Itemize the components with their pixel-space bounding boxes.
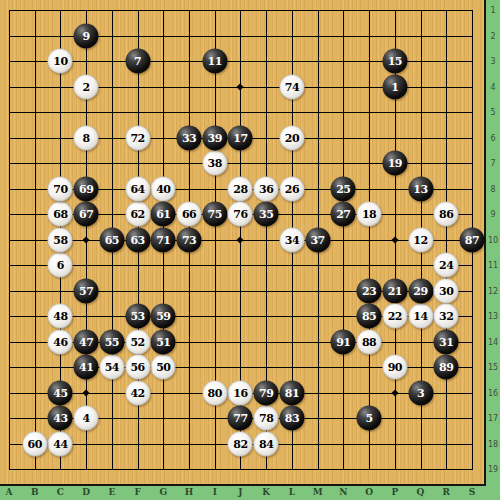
- go-stone-74[interactable]: 74: [279, 74, 304, 99]
- row-label: 1: [486, 6, 500, 15]
- board-cell: [292, 265, 318, 291]
- go-stone-87[interactable]: 87: [459, 227, 484, 252]
- column-label: C: [57, 487, 64, 497]
- board-cell: [395, 112, 421, 138]
- go-stone-30[interactable]: 30: [434, 278, 459, 303]
- column-label: O: [365, 487, 373, 497]
- go-stone-63[interactable]: 63: [125, 227, 150, 252]
- row-label: 5: [486, 108, 500, 117]
- board-cell: [292, 36, 318, 62]
- go-stone-71[interactable]: 71: [151, 227, 176, 252]
- column-label: A: [6, 487, 13, 497]
- board-cell: [343, 61, 369, 87]
- row-label: 4: [486, 82, 500, 91]
- go-stone-38[interactable]: 38: [202, 151, 227, 176]
- board-cell: [292, 316, 318, 342]
- row-label: 2: [486, 31, 500, 40]
- row-label: 11: [486, 261, 500, 270]
- board-cell: [9, 112, 35, 138]
- go-kifu-screenshot: 1234567891011121314151617181920212223242…: [0, 0, 500, 500]
- row-label: 7: [486, 159, 500, 168]
- column-label: Q: [417, 487, 425, 497]
- board-cell: [163, 393, 189, 419]
- board-cell: [112, 265, 138, 291]
- go-stone-78[interactable]: 78: [254, 406, 279, 431]
- board-cell: [9, 240, 35, 266]
- board-cell: [343, 240, 369, 266]
- board-cell: [35, 138, 61, 164]
- column-label: N: [339, 487, 347, 497]
- go-stone-62[interactable]: 62: [125, 202, 150, 227]
- board-cell: [421, 61, 447, 87]
- go-stone-59[interactable]: 59: [151, 304, 176, 329]
- board-cell: [318, 291, 344, 317]
- go-stone-56[interactable]: 56: [125, 355, 150, 380]
- go-stone-22[interactable]: 22: [382, 304, 407, 329]
- board-cell: [343, 138, 369, 164]
- go-stone-43[interactable]: 43: [48, 406, 73, 431]
- board-cell: [318, 112, 344, 138]
- board-cell: [318, 10, 344, 36]
- board-cell: [395, 444, 421, 470]
- board-cell: [240, 316, 266, 342]
- board-cell: [240, 240, 266, 266]
- row-label: 13: [486, 312, 500, 321]
- board-cell: [343, 444, 369, 470]
- goban[interactable]: 1234567891011121314151617181920212223242…: [0, 0, 486, 486]
- board-cell: [446, 87, 472, 113]
- go-stone-53[interactable]: 53: [125, 304, 150, 329]
- row-label: 9: [486, 210, 500, 219]
- board-cell: [292, 342, 318, 368]
- go-stone-3[interactable]: 3: [408, 380, 433, 405]
- board-cell: [318, 418, 344, 444]
- go-stone-17[interactable]: 17: [228, 125, 253, 150]
- board-cell: [369, 444, 395, 470]
- go-stone-84[interactable]: 84: [254, 431, 279, 456]
- go-stone-25[interactable]: 25: [331, 176, 356, 201]
- go-stone-46[interactable]: 46: [48, 329, 73, 354]
- board-cell: [215, 265, 241, 291]
- board-cell: [35, 87, 61, 113]
- column-label: J: [238, 487, 242, 497]
- board-cell: [446, 36, 472, 62]
- go-stone-18[interactable]: 18: [357, 202, 382, 227]
- board-cell: [446, 444, 472, 470]
- go-stone-58[interactable]: 58: [48, 227, 73, 252]
- board-cell: [163, 444, 189, 470]
- column-label: B: [31, 487, 39, 497]
- board-cell: [138, 87, 164, 113]
- go-stone-40[interactable]: 40: [151, 176, 176, 201]
- board-cell: [395, 10, 421, 36]
- board-cell: [189, 10, 215, 36]
- board-cell: [9, 214, 35, 240]
- go-stone-77[interactable]: 77: [228, 406, 253, 431]
- column-label: E: [108, 487, 115, 497]
- column-label-strip: [0, 486, 500, 500]
- board-cell: [9, 10, 35, 36]
- board-cell: [240, 87, 266, 113]
- go-stone-73[interactable]: 73: [177, 227, 202, 252]
- column-label: M: [313, 487, 323, 497]
- column-label: F: [134, 487, 140, 497]
- go-stone-12[interactable]: 12: [408, 227, 433, 252]
- board-cell: [163, 87, 189, 113]
- go-stone-8[interactable]: 8: [74, 125, 99, 150]
- board-cell: [343, 87, 369, 113]
- board-cell: [163, 36, 189, 62]
- row-label: 12: [486, 286, 500, 295]
- board-cell: [421, 444, 447, 470]
- board-cell: [446, 61, 472, 87]
- go-stone-42[interactable]: 42: [125, 380, 150, 405]
- go-stone-1[interactable]: 1: [382, 74, 407, 99]
- go-stone-21[interactable]: 21: [382, 278, 407, 303]
- board-cell: [446, 418, 472, 444]
- board-cell: [318, 367, 344, 393]
- board-cell: [240, 265, 266, 291]
- board-cell: [189, 265, 215, 291]
- go-stone-52[interactable]: 52: [125, 329, 150, 354]
- go-stone-69[interactable]: 69: [74, 176, 99, 201]
- go-stone-68[interactable]: 68: [48, 202, 73, 227]
- board-cell: [9, 36, 35, 62]
- go-stone-6[interactable]: 6: [48, 253, 73, 278]
- board-cell: [9, 265, 35, 291]
- board-cell: [240, 291, 266, 317]
- row-label: 18: [486, 439, 500, 448]
- board-cell: [163, 265, 189, 291]
- column-label: L: [289, 487, 295, 497]
- go-stone-85[interactable]: 85: [357, 304, 382, 329]
- go-stone-83[interactable]: 83: [279, 406, 304, 431]
- board-cell: [189, 316, 215, 342]
- board-cell: [138, 444, 164, 470]
- go-stone-15[interactable]: 15: [382, 49, 407, 74]
- board-cell: [318, 393, 344, 419]
- board-cell: [9, 163, 35, 189]
- board-cell: [240, 342, 266, 368]
- board-cell: [343, 10, 369, 36]
- go-stone-9[interactable]: 9: [74, 23, 99, 48]
- board-cell: [215, 291, 241, 317]
- board-cell: [9, 138, 35, 164]
- board-cell: [369, 10, 395, 36]
- board-cell: [9, 61, 35, 87]
- go-stone-72[interactable]: 72: [125, 125, 150, 150]
- board-cell: [215, 240, 241, 266]
- go-stone-70[interactable]: 70: [48, 176, 73, 201]
- row-label: 19: [486, 465, 500, 474]
- go-stone-33[interactable]: 33: [177, 125, 202, 150]
- board-cell: [189, 342, 215, 368]
- board-cell: [189, 418, 215, 444]
- board-cell: [9, 342, 35, 368]
- row-label: 17: [486, 414, 500, 423]
- board-cell: [189, 291, 215, 317]
- board-cell: [9, 189, 35, 215]
- board-cell: [189, 444, 215, 470]
- go-stone-10[interactable]: 10: [48, 49, 73, 74]
- go-stone-57[interactable]: 57: [74, 278, 99, 303]
- go-stone-37[interactable]: 37: [305, 227, 330, 252]
- board-cell: [266, 342, 292, 368]
- board-cell: [318, 36, 344, 62]
- go-stone-29[interactable]: 29: [408, 278, 433, 303]
- go-stone-7[interactable]: 7: [125, 49, 150, 74]
- board-cell: [240, 61, 266, 87]
- board-cell: [446, 393, 472, 419]
- board-cell: [421, 138, 447, 164]
- go-stone-24[interactable]: 24: [434, 253, 459, 278]
- board-cell: [112, 418, 138, 444]
- board-cell: [369, 240, 395, 266]
- board-cell: [112, 444, 138, 470]
- board-cell: [163, 10, 189, 36]
- go-stone-48[interactable]: 48: [48, 304, 73, 329]
- board-cell: [318, 61, 344, 87]
- column-label: P: [391, 487, 398, 497]
- board-cell: [343, 36, 369, 62]
- row-label: 15: [486, 363, 500, 372]
- board-cell: [421, 112, 447, 138]
- row-label: 8: [486, 184, 500, 193]
- board-cell: [318, 265, 344, 291]
- board-cell: [240, 10, 266, 36]
- board-cell: [446, 112, 472, 138]
- board-cell: [421, 87, 447, 113]
- board-cell: [9, 87, 35, 113]
- go-stone-16[interactable]: 16: [228, 380, 253, 405]
- go-stone-34[interactable]: 34: [279, 227, 304, 252]
- board-cell: [343, 367, 369, 393]
- go-stone-19[interactable]: 19: [382, 151, 407, 176]
- board-cell: [9, 367, 35, 393]
- board-cell: [318, 138, 344, 164]
- row-label: 14: [486, 337, 500, 346]
- board-cell: [421, 418, 447, 444]
- go-stone-5[interactable]: 5: [357, 406, 382, 431]
- board-cell: [446, 163, 472, 189]
- board-cell: [189, 87, 215, 113]
- go-stone-45[interactable]: 45: [48, 380, 73, 405]
- board-cell: [215, 87, 241, 113]
- board-cell: [215, 342, 241, 368]
- board-cell: [163, 61, 189, 87]
- board-cell: [138, 418, 164, 444]
- board-cell: [421, 36, 447, 62]
- go-stone-51[interactable]: 51: [151, 329, 176, 354]
- go-stone-61[interactable]: 61: [151, 202, 176, 227]
- column-label: D: [82, 487, 90, 497]
- column-label: I: [213, 487, 217, 497]
- board-cell: [215, 316, 241, 342]
- go-stone-80[interactable]: 80: [202, 380, 227, 405]
- board-cell: [292, 10, 318, 36]
- go-stone-50[interactable]: 50: [151, 355, 176, 380]
- go-stone-89[interactable]: 89: [434, 355, 459, 380]
- go-stone-14[interactable]: 14: [408, 304, 433, 329]
- row-label: 16: [486, 388, 500, 397]
- board-cell: [112, 87, 138, 113]
- go-stone-36[interactable]: 36: [254, 176, 279, 201]
- go-stone-64[interactable]: 64: [125, 176, 150, 201]
- board-cell: [138, 10, 164, 36]
- board-cell: [318, 87, 344, 113]
- board-cell: [292, 444, 318, 470]
- column-label: H: [185, 487, 194, 497]
- go-stone-60[interactable]: 60: [22, 431, 47, 456]
- board-cell: [9, 291, 35, 317]
- column-label: S: [469, 487, 476, 497]
- go-stone-81[interactable]: 81: [279, 380, 304, 405]
- go-stone-66[interactable]: 66: [177, 202, 202, 227]
- board-cell: [266, 291, 292, 317]
- go-stone-67[interactable]: 67: [74, 202, 99, 227]
- board-cell: [215, 10, 241, 36]
- go-stone-23[interactable]: 23: [357, 278, 382, 303]
- board-cell: [35, 112, 61, 138]
- go-stone-11[interactable]: 11: [202, 49, 227, 74]
- column-label: R: [442, 487, 449, 497]
- board-cell: [446, 138, 472, 164]
- go-stone-65[interactable]: 65: [99, 227, 124, 252]
- board-cell: [266, 10, 292, 36]
- go-stone-27[interactable]: 27: [331, 202, 356, 227]
- go-stone-44[interactable]: 44: [48, 431, 73, 456]
- board-cell: [9, 316, 35, 342]
- go-stone-41[interactable]: 41: [74, 355, 99, 380]
- column-label: K: [262, 487, 270, 497]
- go-stone-2[interactable]: 2: [74, 74, 99, 99]
- go-stone-82[interactable]: 82: [228, 431, 253, 456]
- go-stone-20[interactable]: 20: [279, 125, 304, 150]
- board-cell: [446, 10, 472, 36]
- board-cell: [395, 418, 421, 444]
- row-label: 6: [486, 133, 500, 142]
- go-stone-39[interactable]: 39: [202, 125, 227, 150]
- go-stone-79[interactable]: 79: [254, 380, 279, 405]
- board-cell: [240, 36, 266, 62]
- board-cell: [369, 112, 395, 138]
- row-label: 3: [486, 57, 500, 66]
- go-stone-4[interactable]: 4: [74, 406, 99, 431]
- board-cell: [266, 265, 292, 291]
- go-stone-13[interactable]: 13: [408, 176, 433, 201]
- board-cell: [86, 444, 112, 470]
- go-stone-76[interactable]: 76: [228, 202, 253, 227]
- board-cell: [35, 10, 61, 36]
- board-cell: [421, 10, 447, 36]
- board-cell: [318, 444, 344, 470]
- board-cell: [292, 291, 318, 317]
- go-stone-86[interactable]: 86: [434, 202, 459, 227]
- go-stone-91[interactable]: 91: [331, 329, 356, 354]
- column-label: G: [159, 487, 167, 497]
- go-stone-35[interactable]: 35: [254, 202, 279, 227]
- go-stone-88[interactable]: 88: [357, 329, 382, 354]
- board-cell: [9, 393, 35, 419]
- board-cell: [266, 36, 292, 62]
- go-stone-31[interactable]: 31: [434, 329, 459, 354]
- go-stone-75[interactable]: 75: [202, 202, 227, 227]
- board-cell: [112, 10, 138, 36]
- go-stone-55[interactable]: 55: [99, 329, 124, 354]
- go-stone-90[interactable]: 90: [382, 355, 407, 380]
- go-stone-28[interactable]: 28: [228, 176, 253, 201]
- go-stone-47[interactable]: 47: [74, 329, 99, 354]
- go-stone-26[interactable]: 26: [279, 176, 304, 201]
- board-cell: [266, 316, 292, 342]
- board-cell: [343, 112, 369, 138]
- go-stone-54[interactable]: 54: [99, 355, 124, 380]
- row-label: 10: [486, 235, 500, 244]
- board-cell: [163, 418, 189, 444]
- go-stone-32[interactable]: 32: [434, 304, 459, 329]
- board-cell: [138, 265, 164, 291]
- row-label-strip: [486, 0, 500, 500]
